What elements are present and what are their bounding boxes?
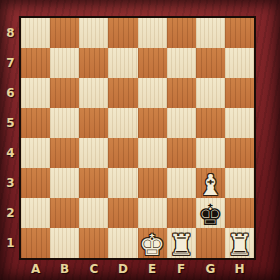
square-c2[interactable] [79, 198, 108, 228]
file-labels: ABCDEFGH [21, 258, 254, 279]
square-f3[interactable] [167, 168, 196, 198]
square-b3[interactable] [50, 168, 79, 198]
square-g7[interactable] [196, 48, 225, 78]
square-e5[interactable] [138, 108, 167, 138]
square-g2[interactable]: ♚ [196, 198, 225, 228]
square-e1[interactable]: ♚ [138, 228, 167, 258]
square-b8[interactable] [50, 18, 79, 48]
square-c7[interactable] [79, 48, 108, 78]
square-b2[interactable] [50, 198, 79, 228]
square-g8[interactable] [196, 18, 225, 48]
square-a8[interactable] [21, 18, 50, 48]
square-d2[interactable] [108, 198, 137, 228]
square-a7[interactable] [21, 48, 50, 78]
square-c8[interactable] [79, 18, 108, 48]
chessboard: ♝♚♚♜♜ [19, 16, 256, 260]
square-e7[interactable] [138, 48, 167, 78]
square-b1[interactable] [50, 228, 79, 258]
square-a3[interactable] [21, 168, 50, 198]
square-a2[interactable] [21, 198, 50, 228]
rank-label-6: 6 [0, 78, 21, 108]
white-king[interactable]: ♚ [139, 231, 165, 260]
square-c3[interactable] [79, 168, 108, 198]
square-d1[interactable] [108, 228, 137, 258]
square-f2[interactable] [167, 198, 196, 228]
square-f5[interactable] [167, 108, 196, 138]
square-d7[interactable] [108, 48, 137, 78]
file-label-b: B [50, 258, 79, 279]
square-f7[interactable] [167, 48, 196, 78]
rank-label-5: 5 [0, 108, 21, 138]
square-a1[interactable] [21, 228, 50, 258]
file-label-a: A [21, 258, 50, 279]
black-king[interactable]: ♚ [197, 201, 223, 230]
chessboard-frame: ♝♚♚♜♜ 87654321 ABCDEFGH [0, 0, 280, 280]
square-g3[interactable]: ♝ [196, 168, 225, 198]
square-h4[interactable] [225, 138, 254, 168]
square-e6[interactable] [138, 78, 167, 108]
square-f4[interactable] [167, 138, 196, 168]
white-rook[interactable]: ♜ [168, 231, 194, 260]
file-label-c: C [79, 258, 108, 279]
file-label-g: G [196, 258, 225, 279]
square-c4[interactable] [79, 138, 108, 168]
square-b4[interactable] [50, 138, 79, 168]
square-b5[interactable] [50, 108, 79, 138]
square-e8[interactable] [138, 18, 167, 48]
square-h8[interactable] [225, 18, 254, 48]
rank-label-2: 2 [0, 198, 21, 228]
square-g1[interactable] [196, 228, 225, 258]
square-e4[interactable] [138, 138, 167, 168]
square-h2[interactable] [225, 198, 254, 228]
square-g5[interactable] [196, 108, 225, 138]
rank-label-1: 1 [0, 228, 21, 258]
square-h6[interactable] [225, 78, 254, 108]
square-h1[interactable]: ♜ [225, 228, 254, 258]
white-bishop[interactable]: ♝ [197, 171, 223, 200]
square-f8[interactable] [167, 18, 196, 48]
square-d6[interactable] [108, 78, 137, 108]
square-b7[interactable] [50, 48, 79, 78]
square-a5[interactable] [21, 108, 50, 138]
square-g6[interactable] [196, 78, 225, 108]
square-c6[interactable] [79, 78, 108, 108]
white-rook[interactable]: ♜ [226, 231, 252, 260]
square-h7[interactable] [225, 48, 254, 78]
square-f6[interactable] [167, 78, 196, 108]
square-b6[interactable] [50, 78, 79, 108]
square-a6[interactable] [21, 78, 50, 108]
square-d8[interactable] [108, 18, 137, 48]
square-a4[interactable] [21, 138, 50, 168]
square-d4[interactable] [108, 138, 137, 168]
square-f1[interactable]: ♜ [167, 228, 196, 258]
rank-label-3: 3 [0, 168, 21, 198]
rank-label-8: 8 [0, 18, 21, 48]
rank-label-7: 7 [0, 48, 21, 78]
square-g4[interactable] [196, 138, 225, 168]
square-c5[interactable] [79, 108, 108, 138]
square-e2[interactable] [138, 198, 167, 228]
file-label-d: D [108, 258, 137, 279]
rank-labels: 87654321 [0, 18, 21, 258]
square-h3[interactable] [225, 168, 254, 198]
square-h5[interactable] [225, 108, 254, 138]
square-d3[interactable] [108, 168, 137, 198]
square-d5[interactable] [108, 108, 137, 138]
square-e3[interactable] [138, 168, 167, 198]
rank-label-4: 4 [0, 138, 21, 168]
square-c1[interactable] [79, 228, 108, 258]
